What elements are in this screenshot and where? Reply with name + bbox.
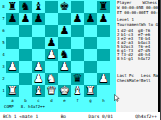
square-a1[interactable]: ♜	[6, 85, 19, 97]
square-h2[interactable]: ♟	[97, 73, 110, 85]
square-c6[interactable]	[32, 25, 45, 37]
square-e4[interactable]: ♞	[58, 49, 71, 61]
square-g7[interactable]: ♟	[84, 13, 97, 25]
mouse-cursor-icon	[114, 87, 120, 106]
file-label-f: f	[71, 98, 84, 103]
move-list[interactable]: 1d2-d4g8-f62b1-c3e7-e63e2-e3f8-b44a2-a3b…	[116, 29, 158, 61]
computer-move-line: COMP 8. h4xf2++	[4, 104, 45, 110]
piece-black-queen: ♛	[73, 73, 83, 85]
square-c4[interactable]	[32, 49, 45, 61]
square-a3[interactable]: ♟	[6, 61, 19, 73]
piece-white-king: ♚	[60, 85, 70, 97]
square-g1[interactable]: ♜	[84, 85, 97, 97]
piece-white-pawn: ♟	[34, 61, 44, 73]
options-box[interactable]: Less Random Bell	[141, 73, 160, 83]
square-f5[interactable]	[71, 37, 84, 49]
square-a2[interactable]	[6, 73, 19, 85]
square-g3[interactable]	[84, 61, 97, 73]
piece-white-bishop: ♝	[34, 85, 44, 97]
square-d8[interactable]	[45, 1, 58, 13]
piece-black-pawn: ♟	[99, 13, 109, 25]
checkmate-status: CheckMate!	[117, 78, 141, 83]
square-g2[interactable]	[84, 73, 97, 85]
file-label-e: e	[58, 98, 71, 103]
square-h3[interactable]	[97, 61, 110, 73]
info-panel: Player WChess W 00:00:05 B 00:00:05 ET 0…	[116, 0, 158, 112]
piece-black-rook: ♜	[8, 1, 18, 13]
square-c5[interactable]	[32, 37, 45, 49]
square-g4[interactable]	[84, 49, 97, 61]
last-piece-box: Last Pc CheckMate!	[117, 73, 141, 83]
square-f7[interactable]: ♟	[71, 13, 84, 25]
square-b7[interactable]: ♟	[19, 13, 32, 25]
square-d2[interactable]: ♞	[45, 73, 58, 85]
status-left: BCh 1 «mate 1	[3, 114, 38, 119]
square-e3[interactable]: ♟	[58, 61, 71, 73]
square-e2[interactable]	[58, 73, 71, 85]
status-mid1: Bo	[61, 114, 66, 119]
piece-white-pawn: ♟	[34, 73, 44, 85]
square-d4[interactable]: ♟	[45, 49, 58, 61]
file-label-d: d	[45, 98, 58, 103]
square-a6[interactable]	[6, 25, 19, 37]
piece-black-pawn: ♟	[8, 13, 18, 25]
square-c8[interactable]: ♝	[32, 1, 45, 13]
chess-board: ♜♞♝♚♜♟♟♟♟♟♟♟♟♟♞♟♟♟♟♞♛♟♜♝♛♚♝♜	[6, 1, 110, 97]
square-a7[interactable]: ♟	[6, 13, 19, 25]
square-f3[interactable]	[71, 61, 84, 73]
piece-black-pawn: ♟	[86, 13, 96, 25]
square-g8[interactable]	[84, 1, 97, 13]
square-b8[interactable]: ♞	[19, 1, 32, 13]
status-bar: BCh 1 «mate 1 Bo Dars 0/01 Qh4xf2++	[0, 112, 160, 120]
square-h6[interactable]	[97, 25, 110, 37]
square-c3[interactable]: ♟	[32, 61, 45, 73]
square-f8[interactable]	[71, 1, 84, 13]
file-labels: abcdefgh	[6, 98, 110, 103]
square-b4[interactable]	[19, 49, 32, 61]
piece-black-rook: ♜	[99, 1, 109, 13]
piece-white-pawn: ♟	[8, 61, 18, 73]
file-label-h: h	[97, 98, 110, 103]
piece-white-pawn: ♟	[99, 73, 109, 85]
piece-black-knight: ♞	[21, 1, 31, 13]
square-b3[interactable]	[19, 61, 32, 73]
square-d1[interactable]: ♛	[45, 85, 58, 97]
mode-label[interactable]: Tournament	[117, 22, 141, 27]
square-e5[interactable]	[58, 37, 71, 49]
square-f4[interactable]	[71, 49, 84, 61]
square-d5[interactable]: ♟	[45, 37, 58, 49]
piece-black-knight: ♞	[60, 49, 70, 61]
board-area: 87654321 ♜♞♝♚♜♟♟♟♟♟♟♟♟♟♞♟♟♟♟♞♛♟♜♝♛♚♝♜ ab…	[0, 0, 116, 112]
piece-white-pawn: ♟	[60, 61, 70, 73]
file-label-a: a	[6, 98, 19, 103]
piece-white-rook: ♜	[8, 85, 18, 97]
bell-option[interactable]: Bell	[141, 78, 160, 83]
move-row-8: 8h1-g1h4xf2	[117, 57, 157, 61]
piece-white-knight: ♞	[47, 73, 57, 85]
piece-white-rook: ♜	[86, 85, 96, 97]
piece-black-pawn: ♟	[21, 13, 31, 25]
file-label-g: g	[84, 98, 97, 103]
square-e1[interactable]: ♚	[58, 85, 71, 97]
square-g5[interactable]	[84, 37, 97, 49]
piece-white-bishop: ♝	[73, 85, 83, 97]
square-c1[interactable]: ♝	[32, 85, 45, 97]
square-c7[interactable]: ♟	[32, 13, 45, 25]
square-h8[interactable]: ♜	[97, 1, 110, 13]
piece-black-king: ♚	[60, 1, 70, 13]
piece-black-pawn: ♟	[60, 25, 70, 37]
piece-white-pawn: ♟	[47, 49, 57, 61]
piece-black-pawn: ♟	[47, 37, 57, 49]
status-mid2: Dars 0/01	[89, 114, 113, 119]
square-g6[interactable]	[84, 25, 97, 37]
file-label-c: c	[32, 98, 45, 103]
square-d7[interactable]	[45, 13, 58, 25]
square-b1[interactable]	[19, 85, 32, 97]
square-f6[interactable]	[71, 25, 84, 37]
square-e7[interactable]	[58, 13, 71, 25]
piece-black-pawn: ♟	[73, 13, 83, 25]
square-h1[interactable]	[97, 85, 110, 97]
square-h5[interactable]	[97, 37, 110, 49]
piece-white-queen: ♛	[47, 85, 57, 97]
square-b5[interactable]	[19, 37, 32, 49]
white-move: h1-g1	[121, 57, 138, 61]
square-d3[interactable]	[45, 61, 58, 73]
black-move: h4xf2	[138, 57, 155, 61]
status-last-move: Qh4xf2++	[135, 114, 157, 119]
square-a8[interactable]: ♜	[6, 1, 19, 13]
turn-indicator: Wh to Go	[141, 22, 160, 27]
piece-black-bishop: ♝	[34, 1, 44, 13]
square-e6[interactable]: ♟	[58, 25, 71, 37]
square-h4[interactable]	[97, 49, 110, 61]
black-elapsed-time: ET 00:00:06	[144, 10, 161, 15]
square-b6[interactable]	[19, 25, 32, 37]
square-d6[interactable]	[45, 25, 58, 37]
square-h7[interactable]: ♟	[97, 13, 110, 25]
square-e8[interactable]: ♚	[58, 1, 71, 13]
piece-black-pawn: ♟	[34, 13, 44, 25]
square-a5[interactable]	[6, 37, 19, 49]
square-f1[interactable]: ♝	[71, 85, 84, 97]
file-label-b: b	[19, 98, 32, 103]
square-b2[interactable]	[19, 73, 32, 85]
white-elapsed-time: ET 00:00:00	[117, 10, 144, 15]
square-c2[interactable]: ♟	[32, 73, 45, 85]
square-f2[interactable]: ♛	[71, 73, 84, 85]
chess-app-window: 87654321 ♜♞♝♚♜♟♟♟♟♟♟♟♟♟♞♟♟♟♟♞♛♟♜♝♛♚♝♜ ab…	[0, 0, 160, 120]
square-a4[interactable]	[6, 49, 19, 61]
